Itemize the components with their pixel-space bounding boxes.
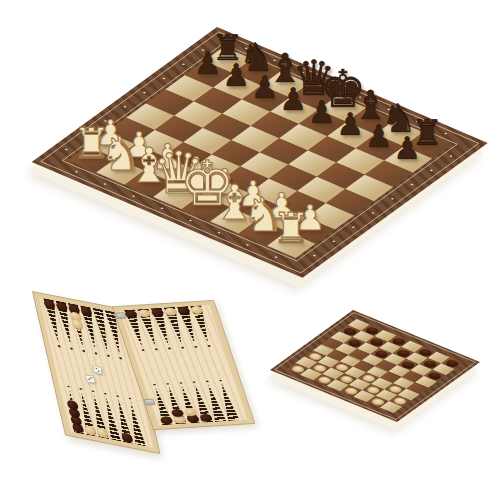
checkers-board-surface	[270, 310, 480, 422]
product-photo-stage: ♜♞♝♛♚♝♞♜♟♟♟♟♟♟♟♟♟♟♟♟♟♟♟♟♜♞♝♛♚♝♞♜	[0, 0, 500, 483]
checkers-board[interactable]	[0, 0, 500, 483]
